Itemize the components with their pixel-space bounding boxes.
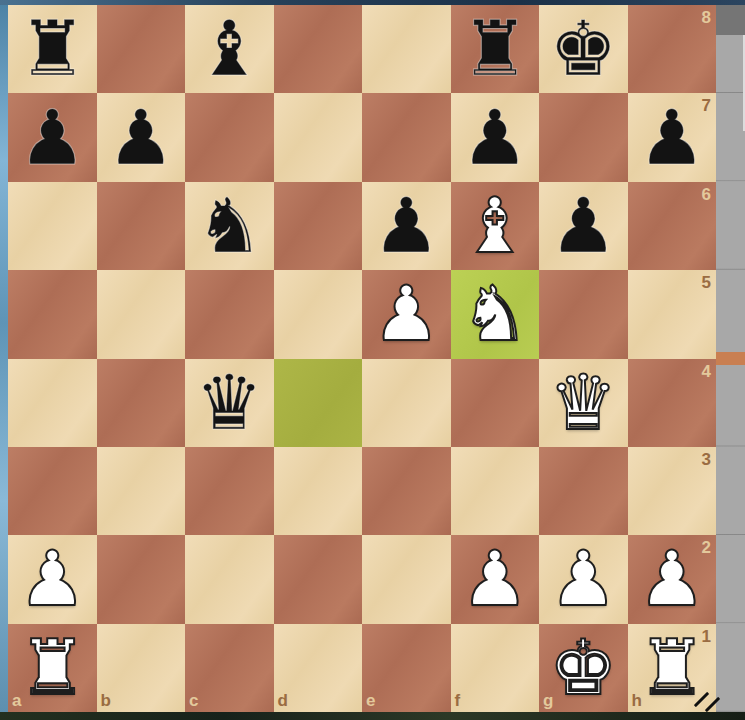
piece-white-pawn-f2[interactable]: ♟ <box>461 541 529 617</box>
square-h8[interactable]: 8 <box>628 5 717 93</box>
piece-white-rook-h1[interactable]: ♜ <box>638 630 706 706</box>
square-h2[interactable]: ♟2 <box>628 535 717 623</box>
square-g7[interactable] <box>539 93 628 181</box>
rank-label-8: 8 <box>702 9 711 26</box>
file-label-a: a <box>12 692 21 709</box>
square-e3[interactable] <box>362 447 451 535</box>
square-c6[interactable]: ♞ <box>185 182 274 270</box>
square-a6[interactable] <box>8 182 97 270</box>
square-b2[interactable] <box>97 535 186 623</box>
rank-label-2: 2 <box>702 539 711 556</box>
piece-black-pawn-a7[interactable]: ♟ <box>18 100 86 176</box>
square-f3[interactable] <box>451 447 540 535</box>
file-label-d: d <box>278 692 288 709</box>
square-b3[interactable] <box>97 447 186 535</box>
file-label-h: h <box>632 692 642 709</box>
rank-label-4: 4 <box>702 363 711 380</box>
square-b6[interactable] <box>97 182 186 270</box>
piece-white-queen-g4[interactable]: ♛ <box>549 365 617 441</box>
square-h3[interactable]: 3 <box>628 447 717 535</box>
square-b5[interactable] <box>97 270 186 358</box>
piece-white-pawn-h2[interactable]: ♟ <box>638 541 706 617</box>
square-e2[interactable] <box>362 535 451 623</box>
square-a8[interactable]: ♜ <box>8 5 97 93</box>
square-e4[interactable] <box>362 359 451 447</box>
scrollbar-thumb[interactable] <box>716 5 745 35</box>
piece-black-pawn-h7[interactable]: ♟ <box>638 100 706 176</box>
square-g8[interactable]: ♚ <box>539 5 628 93</box>
piece-black-pawn-b7[interactable]: ♟ <box>107 100 175 176</box>
square-h4[interactable]: 4 <box>628 359 717 447</box>
square-f6[interactable]: ♝ <box>451 182 540 270</box>
background-bottom-strip <box>0 712 745 720</box>
square-d6[interactable] <box>274 182 363 270</box>
square-f4[interactable] <box>451 359 540 447</box>
square-d4[interactable] <box>274 359 363 447</box>
square-b4[interactable] <box>97 359 186 447</box>
square-c4[interactable]: ♛ <box>185 359 274 447</box>
square-e7[interactable] <box>362 93 451 181</box>
rank-label-5: 5 <box>702 274 711 291</box>
square-c7[interactable] <box>185 93 274 181</box>
file-label-b: b <box>101 692 111 709</box>
background-left-strip <box>0 5 8 712</box>
square-g4[interactable]: ♛ <box>539 359 628 447</box>
square-h7[interactable]: ♟7 <box>628 93 717 181</box>
piece-white-pawn-g2[interactable]: ♟ <box>549 541 617 617</box>
square-a4[interactable] <box>8 359 97 447</box>
rank-label-7: 7 <box>702 97 711 114</box>
square-b7[interactable]: ♟ <box>97 93 186 181</box>
square-d2[interactable] <box>274 535 363 623</box>
scrollbar-orange-marker <box>716 352 745 365</box>
piece-black-pawn-f7[interactable]: ♟ <box>461 100 529 176</box>
chess-board: ♜♝♜♚8♟♟♟♟7♞♟♝♟6♟♞5♛♛43♟♟♟♟2♜abcdef♚g♜1h <box>8 5 716 712</box>
square-d8[interactable] <box>274 5 363 93</box>
rank-label-3: 3 <box>702 451 711 468</box>
square-h6[interactable]: 6 <box>628 182 717 270</box>
piece-black-pawn-g6[interactable]: ♟ <box>549 188 617 264</box>
square-e8[interactable] <box>362 5 451 93</box>
file-label-c: c <box>189 692 198 709</box>
square-e1[interactable]: e <box>362 624 451 712</box>
square-f1[interactable]: f <box>451 624 540 712</box>
file-label-g: g <box>543 692 553 709</box>
square-b8[interactable] <box>97 5 186 93</box>
square-e5[interactable]: ♟ <box>362 270 451 358</box>
square-f8[interactable]: ♜ <box>451 5 540 93</box>
chess-app-screen: ♜♝♜♚8♟♟♟♟7♞♟♝♟6♟♞5♛♛43♟♟♟♟2♜abcdef♚g♜1h <box>0 0 745 720</box>
square-g3[interactable] <box>539 447 628 535</box>
square-a1[interactable]: ♜a <box>8 624 97 712</box>
piece-black-pawn-e6[interactable]: ♟ <box>372 188 440 264</box>
square-h5[interactable]: 5 <box>628 270 717 358</box>
square-g6[interactable]: ♟ <box>539 182 628 270</box>
piece-black-queen-c4[interactable]: ♛ <box>195 365 263 441</box>
square-e6[interactable]: ♟ <box>362 182 451 270</box>
square-a7[interactable]: ♟ <box>8 93 97 181</box>
square-g1[interactable]: ♚g <box>539 624 628 712</box>
square-a3[interactable] <box>8 447 97 535</box>
square-a5[interactable] <box>8 270 97 358</box>
piece-black-rook-a8[interactable]: ♜ <box>18 11 86 87</box>
piece-white-king-g1[interactable]: ♚ <box>549 630 617 706</box>
piece-black-bishop-c8[interactable]: ♝ <box>195 11 263 87</box>
square-c2[interactable] <box>185 535 274 623</box>
square-a2[interactable]: ♟ <box>8 535 97 623</box>
square-c8[interactable]: ♝ <box>185 5 274 93</box>
scrollbar-track[interactable] <box>716 5 745 712</box>
file-label-f: f <box>455 692 461 709</box>
square-f7[interactable]: ♟ <box>451 93 540 181</box>
square-f2[interactable]: ♟ <box>451 535 540 623</box>
square-f5[interactable]: ♞ <box>451 270 540 358</box>
piece-white-pawn-a2[interactable]: ♟ <box>18 541 86 617</box>
piece-white-knight-f5[interactable]: ♞ <box>461 276 529 352</box>
piece-white-rook-a1[interactable]: ♜ <box>18 630 86 706</box>
square-d5[interactable] <box>274 270 363 358</box>
square-g5[interactable] <box>539 270 628 358</box>
square-c5[interactable] <box>185 270 274 358</box>
square-d7[interactable] <box>274 93 363 181</box>
square-d1[interactable]: d <box>274 624 363 712</box>
square-c1[interactable]: c <box>185 624 274 712</box>
file-label-e: e <box>366 692 375 709</box>
piece-black-king-g8[interactable]: ♚ <box>549 11 617 87</box>
piece-black-rook-f8[interactable]: ♜ <box>461 11 529 87</box>
rank-label-6: 6 <box>702 186 711 203</box>
square-b1[interactable]: b <box>97 624 186 712</box>
square-d3[interactable] <box>274 447 363 535</box>
rank-label-1: 1 <box>702 628 711 645</box>
square-c3[interactable] <box>185 447 274 535</box>
piece-black-knight-c6[interactable]: ♞ <box>195 188 263 264</box>
piece-white-pawn-e5[interactable]: ♟ <box>372 276 440 352</box>
square-g2[interactable]: ♟ <box>539 535 628 623</box>
piece-white-bishop-f6[interactable]: ♝ <box>461 188 529 264</box>
